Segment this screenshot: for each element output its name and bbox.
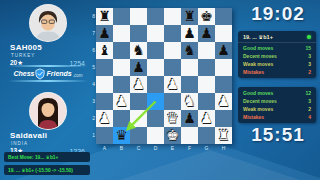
square-c5[interactable]: ♟ (130, 59, 147, 76)
square-d1[interactable] (147, 127, 164, 144)
square-c2[interactable] (130, 110, 147, 127)
square-c3[interactable] (130, 93, 147, 110)
background-diamond-small (60, 150, 320, 180)
black-piece-n-f6[interactable]: ♞ (183, 42, 196, 59)
stat-label-good-bottom: Good moves (243, 90, 273, 96)
analysis-panel-top: 19. ... ♛b1+ Good moves15 Decent moves3 … (238, 31, 316, 78)
square-f3[interactable]: ♞ (181, 93, 198, 110)
square-a6[interactable]: ♝ (96, 42, 113, 59)
avatar-top-image (30, 5, 66, 41)
avatar-bottom (29, 92, 67, 130)
stat-label-mistakes-top: Mistakes (243, 69, 264, 75)
last-move-label: 19. ... ♛b1+ (243, 34, 273, 40)
stat-label-weak-top: Weak moves (243, 61, 273, 67)
square-h5[interactable] (215, 59, 232, 76)
board-file-labels: ABCDEFGH (96, 145, 232, 151)
best-move-text: Best Move: 19... ♛b1+ (8, 155, 58, 160)
board-area: ♜♜♚♟♟♟♝♞♞♟♟♟♟♟♞♟♟♛♟♟♛♚♜ 87654321 ABCDEFG… (96, 8, 232, 144)
square-a3[interactable] (96, 93, 113, 110)
file-label-f: F (181, 145, 198, 151)
file-label-b: B (113, 145, 130, 151)
square-b4[interactable] (113, 76, 130, 93)
rank-label-6: 6 (90, 42, 95, 59)
square-c7[interactable] (130, 25, 147, 42)
avatar-bottom-image (30, 93, 66, 129)
square-h6[interactable]: ♟ (215, 42, 232, 59)
square-h4[interactable] (215, 76, 232, 93)
stat-value-mistakes-bottom: 4 (308, 114, 311, 120)
square-e2[interactable]: ♛ (164, 110, 181, 127)
white-piece-n-f3[interactable]: ♞ (183, 93, 196, 110)
stat-label-decent-bottom: Decent moves (243, 98, 277, 104)
file-label-g: G (198, 145, 215, 151)
file-label-a: A (96, 145, 113, 151)
clock-bottom: 15:51 (238, 124, 318, 146)
square-b7[interactable] (113, 25, 130, 42)
logo-text-com: .com (73, 73, 83, 79)
stat-value-good-top: 15 (305, 45, 311, 51)
rank-label-7: 7 (90, 25, 95, 42)
rank-label-4: 4 (90, 76, 95, 93)
square-h2[interactable] (215, 110, 232, 127)
stat-value-good-bottom: 12 (305, 90, 311, 96)
player-card-top: SAH005 TURKEY 20★ 1254 (4, 2, 92, 67)
black-piece-p-h6[interactable]: ♟ (217, 42, 230, 59)
white-piece-k-e1[interactable]: ♚ (166, 127, 179, 144)
square-f1[interactable] (181, 127, 198, 144)
analysis-panel-bottom: Good moves12 Decent moves3 Weak moves2 M… (238, 87, 316, 123)
square-a2[interactable]: ♟ (96, 110, 113, 127)
analysis-screen: SAH005 TURKEY 20★ 1254 Chess Friends .co… (0, 0, 320, 180)
black-piece-b-a6[interactable]: ♝ (98, 42, 111, 59)
stat-label-mistakes-bottom: Mistakes (243, 114, 264, 120)
stat-label-weak-bottom: Weak moves (243, 106, 273, 112)
black-piece-r-a8[interactable]: ♜ (98, 8, 111, 25)
white-piece-q-e2[interactable]: ♛ (166, 110, 179, 127)
square-a1[interactable] (96, 127, 113, 144)
rank-label-3: 3 (90, 93, 95, 110)
square-d6[interactable] (147, 42, 164, 59)
square-g7[interactable]: ♟ (198, 25, 215, 42)
eval-bar: 19. ... ♛b1+ (-15.50 -> -15.50) (4, 165, 90, 175)
file-label-h: H (215, 145, 232, 151)
file-label-c: C (130, 145, 147, 151)
square-g1[interactable] (198, 127, 215, 144)
black-piece-k-g8[interactable]: ♚ (200, 8, 213, 25)
square-d4[interactable] (147, 76, 164, 93)
file-label-e: E (164, 145, 181, 151)
square-b2[interactable] (113, 110, 130, 127)
file-label-d: D (147, 145, 164, 151)
player-card-bottom: Saidavali INDIA 13★ 1236 (4, 90, 92, 155)
square-d5[interactable] (147, 59, 164, 76)
black-piece-p-f2[interactable]: ♟ (183, 110, 196, 127)
square-g8[interactable]: ♚ (198, 8, 215, 25)
square-c4[interactable]: ♟ (130, 76, 147, 93)
square-b8[interactable] (113, 8, 130, 25)
white-piece-p-a2[interactable]: ♟ (98, 110, 111, 127)
white-piece-p-e4[interactable]: ♟ (166, 76, 179, 93)
square-e8[interactable] (164, 8, 181, 25)
black-piece-p-c5[interactable]: ♟ (132, 59, 145, 76)
logo-bar-bottom (8, 80, 88, 82)
square-g6[interactable] (198, 42, 215, 59)
stat-value-decent-bottom: 3 (308, 98, 311, 104)
chess-board: ♜♜♚♟♟♟♝♞♞♟♟♟♟♟♞♟♟♛♟♟♛♚♜ (96, 8, 232, 144)
square-d7[interactable] (147, 25, 164, 42)
rank-label-1: 1 (90, 127, 95, 144)
stat-value-decent-top: 3 (308, 53, 311, 59)
square-e5[interactable] (164, 59, 181, 76)
stat-label-good-top: Good moves (243, 45, 273, 51)
shield-icon (35, 68, 45, 80)
black-piece-p-a7[interactable]: ♟ (98, 25, 111, 42)
square-b5[interactable] (113, 59, 130, 76)
square-e3[interactable] (164, 93, 181, 110)
logo-text-chess: Chess (13, 70, 34, 77)
stat-value-mistakes-top: 2 (308, 69, 311, 75)
square-f7[interactable]: ♟ (181, 25, 198, 42)
square-f2[interactable]: ♟ (181, 110, 198, 127)
square-a7[interactable]: ♟ (96, 25, 113, 42)
white-piece-p-c4[interactable]: ♟ (132, 76, 145, 93)
square-d3[interactable] (147, 93, 164, 110)
square-h7[interactable] (215, 25, 232, 42)
rank-label-5: 5 (90, 59, 95, 76)
square-c6[interactable]: ♞ (130, 42, 147, 59)
player-name-bottom: Saidavali (4, 131, 92, 140)
stat-value-weak-bottom: 2 (308, 106, 311, 112)
square-g3[interactable] (198, 93, 215, 110)
square-f8[interactable]: ♜ (181, 8, 198, 25)
square-b3[interactable]: ♟ (113, 93, 130, 110)
square-g4[interactable] (198, 76, 215, 93)
board-rank-labels: 87654321 (90, 8, 95, 144)
square-d8[interactable] (147, 8, 164, 25)
square-b1[interactable]: ♛ (113, 127, 130, 144)
square-e7[interactable] (164, 25, 181, 42)
square-a8[interactable]: ♜ (96, 8, 113, 25)
eval-text: 19. ... ♛b1+ (-15.50 -> -15.50) (8, 168, 73, 173)
square-g5[interactable] (198, 59, 215, 76)
square-f4[interactable] (181, 76, 198, 93)
square-e1[interactable]: ♚ (164, 127, 181, 144)
square-a4[interactable] (96, 76, 113, 93)
logo-bar-top (8, 65, 88, 67)
white-piece-p-g2[interactable]: ♟ (200, 110, 213, 127)
square-h3[interactable]: ♟ (215, 93, 232, 110)
square-h8[interactable] (215, 8, 232, 25)
clock-top: 19:02 (238, 3, 318, 25)
good-move-dot-icon (307, 35, 311, 39)
chessfriends-logo: Chess Friends .com (6, 64, 90, 83)
square-g2[interactable]: ♟ (198, 110, 215, 127)
avatar-top (29, 4, 67, 42)
square-a5[interactable] (96, 59, 113, 76)
white-piece-r-h1[interactable]: ♜ (217, 127, 230, 144)
white-piece-p-h3[interactable]: ♟ (217, 93, 230, 110)
stat-label-decent-top: Decent moves (243, 53, 277, 59)
square-f6[interactable]: ♞ (181, 42, 198, 59)
best-move-bar: Best Move: 19... ♛b1+ (4, 152, 90, 162)
player-name-top: SAH005 (4, 43, 92, 52)
square-b6[interactable] (113, 42, 130, 59)
black-piece-p-g7[interactable]: ♟ (200, 25, 213, 42)
square-d2[interactable] (147, 110, 164, 127)
stat-value-weak-top: 3 (308, 61, 311, 67)
square-h1[interactable]: ♜ (215, 127, 232, 144)
black-piece-n-c6[interactable]: ♞ (132, 42, 145, 59)
square-f5[interactable] (181, 59, 198, 76)
square-e4[interactable]: ♟ (164, 76, 181, 93)
black-piece-p-f7[interactable]: ♟ (183, 25, 196, 42)
white-piece-p-b3[interactable]: ♟ (115, 93, 128, 110)
rank-label-2: 2 (90, 110, 95, 127)
rank-label-8: 8 (90, 8, 95, 25)
square-e6[interactable] (164, 42, 181, 59)
black-piece-r-f8[interactable]: ♜ (183, 8, 196, 25)
square-c8[interactable] (130, 8, 147, 25)
square-c1[interactable] (130, 127, 147, 144)
black-piece-q-b1[interactable]: ♛ (115, 127, 128, 144)
logo-text-friends: Friends (46, 70, 71, 77)
